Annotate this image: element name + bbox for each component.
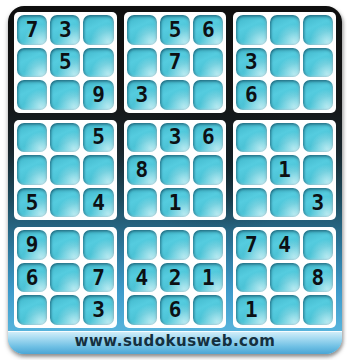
cell-r9c4[interactable]: [127, 295, 157, 325]
cell-r3c8[interactable]: [270, 80, 300, 110]
cell-r2c4[interactable]: [127, 48, 157, 78]
cell-r1c8[interactable]: [270, 15, 300, 45]
cell-r5c3[interactable]: [83, 155, 113, 185]
cell-r9c8[interactable]: [270, 295, 300, 325]
cell-r5c4[interactable]: 8: [127, 155, 157, 185]
cell-r5c6[interactable]: [193, 155, 223, 185]
sudoku-box-1: 7359: [14, 12, 117, 113]
cell-r4c9[interactable]: [303, 123, 333, 153]
cell-r3c2[interactable]: [50, 80, 80, 110]
cell-r4c7[interactable]: [236, 123, 266, 153]
cell-r7c2[interactable]: [50, 230, 80, 260]
cell-r9c3[interactable]: 3: [83, 295, 113, 325]
cell-r3c7[interactable]: 6: [236, 80, 266, 110]
cell-r8c4[interactable]: 4: [127, 263, 157, 293]
cell-r3c6[interactable]: [193, 80, 223, 110]
sudoku-grid: 7359567336554368113967342167481: [14, 12, 336, 328]
cell-r3c1[interactable]: [17, 80, 47, 110]
cell-r3c3[interactable]: 9: [83, 80, 113, 110]
cell-r4c8[interactable]: [270, 123, 300, 153]
cell-r8c5[interactable]: 2: [160, 263, 190, 293]
cell-r2c1[interactable]: [17, 48, 47, 78]
sudoku-box-5: 3681: [124, 120, 227, 221]
cell-r1c3[interactable]: [83, 15, 113, 45]
cell-r4c6[interactable]: 6: [193, 123, 223, 153]
cell-r1c7[interactable]: [236, 15, 266, 45]
cell-r2c3[interactable]: [83, 48, 113, 78]
cell-r3c9[interactable]: [303, 80, 333, 110]
cell-r6c9[interactable]: 3: [303, 188, 333, 218]
cell-r8c1[interactable]: 6: [17, 263, 47, 293]
cell-r4c1[interactable]: [17, 123, 47, 153]
cell-r5c5[interactable]: [160, 155, 190, 185]
cell-r1c9[interactable]: [303, 15, 333, 45]
cell-r5c1[interactable]: [17, 155, 47, 185]
cell-r7c5[interactable]: [160, 230, 190, 260]
cell-r8c2[interactable]: [50, 263, 80, 293]
cell-r7c9[interactable]: [303, 230, 333, 260]
cell-r7c6[interactable]: [193, 230, 223, 260]
cell-r4c3[interactable]: 5: [83, 123, 113, 153]
cell-r9c2[interactable]: [50, 295, 80, 325]
cell-r9c9[interactable]: [303, 295, 333, 325]
cell-r5c8[interactable]: 1: [270, 155, 300, 185]
cell-r2c2[interactable]: 5: [50, 48, 80, 78]
cell-r6c8[interactable]: [270, 188, 300, 218]
cell-r4c5[interactable]: 3: [160, 123, 190, 153]
sudoku-box-7: 9673: [14, 227, 117, 328]
cell-r6c1[interactable]: 5: [17, 188, 47, 218]
cell-r1c5[interactable]: 5: [160, 15, 190, 45]
sudoku-box-2: 5673: [124, 12, 227, 113]
cell-r6c2[interactable]: [50, 188, 80, 218]
sudoku-box-6: 13: [233, 120, 336, 221]
sudoku-box-4: 554: [14, 120, 117, 221]
cell-r4c4[interactable]: [127, 123, 157, 153]
cell-r6c3[interactable]: 4: [83, 188, 113, 218]
cell-r6c4[interactable]: [127, 188, 157, 218]
cell-r8c3[interactable]: 7: [83, 263, 113, 293]
cell-r7c1[interactable]: 9: [17, 230, 47, 260]
cell-r1c4[interactable]: [127, 15, 157, 45]
cell-r3c5[interactable]: [160, 80, 190, 110]
cell-r6c6[interactable]: [193, 188, 223, 218]
cell-r5c2[interactable]: [50, 155, 80, 185]
watermark-band: www.sudokusweb.com: [8, 331, 342, 354]
sudoku-box-3: 36: [233, 12, 336, 113]
cell-r8c9[interactable]: 8: [303, 263, 333, 293]
sudoku-box-8: 4216: [124, 227, 227, 328]
cell-r9c6[interactable]: [193, 295, 223, 325]
cell-r2c9[interactable]: [303, 48, 333, 78]
cell-r5c9[interactable]: [303, 155, 333, 185]
cell-r1c2[interactable]: 3: [50, 15, 80, 45]
watermark-text: www.sudokusweb.com: [75, 334, 276, 351]
cell-r2c5[interactable]: 7: [160, 48, 190, 78]
cell-r7c7[interactable]: 7: [236, 230, 266, 260]
cell-r2c8[interactable]: [270, 48, 300, 78]
cell-r8c6[interactable]: 1: [193, 263, 223, 293]
cell-r9c7[interactable]: 1: [236, 295, 266, 325]
cell-r9c1[interactable]: [17, 295, 47, 325]
cell-r3c4[interactable]: 3: [127, 80, 157, 110]
cell-r6c7[interactable]: [236, 188, 266, 218]
cell-r7c3[interactable]: [83, 230, 113, 260]
cell-r8c8[interactable]: [270, 263, 300, 293]
page-background: 7359567336554368113967342167481 www.sudo…: [0, 0, 350, 360]
cell-r1c1[interactable]: 7: [17, 15, 47, 45]
cell-r2c6[interactable]: [193, 48, 223, 78]
sudoku-board-plaque: 7359567336554368113967342167481 www.sudo…: [8, 6, 342, 354]
cell-r1c6[interactable]: 6: [193, 15, 223, 45]
cell-r4c2[interactable]: [50, 123, 80, 153]
cell-r2c7[interactable]: 3: [236, 48, 266, 78]
cell-r6c5[interactable]: 1: [160, 188, 190, 218]
cell-r7c4[interactable]: [127, 230, 157, 260]
cell-r7c8[interactable]: 4: [270, 230, 300, 260]
sudoku-box-9: 7481: [233, 227, 336, 328]
cell-r5c7[interactable]: [236, 155, 266, 185]
cell-r9c5[interactable]: 6: [160, 295, 190, 325]
cell-r8c7[interactable]: [236, 263, 266, 293]
